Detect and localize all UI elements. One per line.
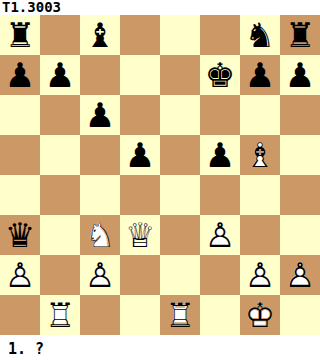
square-a5[interactable] xyxy=(0,135,40,175)
black-pawn: ♟ xyxy=(200,135,240,175)
square-b4[interactable] xyxy=(40,175,80,215)
piece-glyph-outline: ♕ xyxy=(120,215,160,255)
square-c1[interactable] xyxy=(80,295,120,335)
puzzle-id-title: T1.3003 xyxy=(0,0,320,15)
square-a8[interactable]: ♜ xyxy=(0,15,40,55)
square-e1[interactable]: ♜♖ xyxy=(160,295,200,335)
white-knight: ♞♘ xyxy=(80,215,120,255)
square-f5[interactable]: ♟ xyxy=(200,135,240,175)
square-f7[interactable]: ♚ xyxy=(200,55,240,95)
piece-glyph-outline: ♖ xyxy=(160,295,200,335)
black-pawn: ♟ xyxy=(240,55,280,95)
piece-glyph-outline: ♙ xyxy=(240,255,280,295)
piece-glyph-fill: ♜ xyxy=(0,15,40,55)
square-e2[interactable] xyxy=(160,255,200,295)
square-g2[interactable]: ♟♙ xyxy=(240,255,280,295)
black-pawn: ♟ xyxy=(40,55,80,95)
square-a6[interactable] xyxy=(0,95,40,135)
white-pawn: ♟♙ xyxy=(280,255,320,295)
square-h8[interactable]: ♜ xyxy=(280,15,320,55)
piece-glyph-fill: ♟ xyxy=(120,135,160,175)
move-prompt: 1. ? xyxy=(0,335,320,358)
square-a7[interactable]: ♟ xyxy=(0,55,40,95)
white-rook: ♜♖ xyxy=(40,295,80,335)
square-c6[interactable]: ♟ xyxy=(80,95,120,135)
square-h2[interactable]: ♟♙ xyxy=(280,255,320,295)
piece-glyph-outline: ♗ xyxy=(240,135,280,175)
square-e6[interactable] xyxy=(160,95,200,135)
square-a2[interactable]: ♟♙ xyxy=(0,255,40,295)
chess-board: ♜♝♞♜♟♟♚♟♟♟♟♟♝♗♛♞♘♛♕♟♙♟♙♟♙♟♙♟♙♜♖♜♖♚♔ xyxy=(0,15,320,335)
piece-glyph-outline: ♙ xyxy=(80,255,120,295)
square-a3[interactable]: ♛ xyxy=(0,215,40,255)
black-queen: ♛ xyxy=(0,215,40,255)
piece-glyph-fill: ♟ xyxy=(200,135,240,175)
square-f4[interactable] xyxy=(200,175,240,215)
square-c7[interactable] xyxy=(80,55,120,95)
square-d2[interactable] xyxy=(120,255,160,295)
square-h4[interactable] xyxy=(280,175,320,215)
piece-glyph-fill: ♟ xyxy=(80,95,120,135)
square-b5[interactable] xyxy=(40,135,80,175)
square-b3[interactable] xyxy=(40,215,80,255)
square-g4[interactable] xyxy=(240,175,280,215)
square-d7[interactable] xyxy=(120,55,160,95)
black-bishop: ♝ xyxy=(80,15,120,55)
white-rook: ♜♖ xyxy=(160,295,200,335)
black-pawn: ♟ xyxy=(0,55,40,95)
square-g6[interactable] xyxy=(240,95,280,135)
square-c3[interactable]: ♞♘ xyxy=(80,215,120,255)
white-pawn: ♟♙ xyxy=(240,255,280,295)
square-g5[interactable]: ♝♗ xyxy=(240,135,280,175)
square-f3[interactable]: ♟♙ xyxy=(200,215,240,255)
piece-glyph-fill: ♟ xyxy=(280,55,320,95)
square-c2[interactable]: ♟♙ xyxy=(80,255,120,295)
square-a1[interactable] xyxy=(0,295,40,335)
black-pawn: ♟ xyxy=(120,135,160,175)
square-h1[interactable] xyxy=(280,295,320,335)
piece-glyph-fill: ♛ xyxy=(0,215,40,255)
square-g3[interactable] xyxy=(240,215,280,255)
white-pawn: ♟♙ xyxy=(80,255,120,295)
square-c4[interactable] xyxy=(80,175,120,215)
square-h7[interactable]: ♟ xyxy=(280,55,320,95)
square-h5[interactable] xyxy=(280,135,320,175)
square-b2[interactable] xyxy=(40,255,80,295)
piece-glyph-fill: ♟ xyxy=(240,55,280,95)
square-d4[interactable] xyxy=(120,175,160,215)
square-f2[interactable] xyxy=(200,255,240,295)
piece-glyph-fill: ♞ xyxy=(240,15,280,55)
square-b6[interactable] xyxy=(40,95,80,135)
piece-glyph-outline: ♙ xyxy=(0,255,40,295)
piece-glyph-fill: ♜ xyxy=(280,15,320,55)
square-g8[interactable]: ♞ xyxy=(240,15,280,55)
square-g7[interactable]: ♟ xyxy=(240,55,280,95)
black-pawn: ♟ xyxy=(80,95,120,135)
piece-glyph-outline: ♔ xyxy=(240,295,280,335)
piece-glyph-fill: ♟ xyxy=(0,55,40,95)
white-king: ♚♔ xyxy=(240,295,280,335)
piece-glyph-outline: ♘ xyxy=(80,215,120,255)
square-f6[interactable] xyxy=(200,95,240,135)
square-d6[interactable] xyxy=(120,95,160,135)
black-rook: ♜ xyxy=(280,15,320,55)
square-e4[interactable] xyxy=(160,175,200,215)
square-e5[interactable] xyxy=(160,135,200,175)
square-h6[interactable] xyxy=(280,95,320,135)
square-d3[interactable]: ♛♕ xyxy=(120,215,160,255)
piece-glyph-outline: ♙ xyxy=(200,215,240,255)
square-f1[interactable] xyxy=(200,295,240,335)
square-c8[interactable]: ♝ xyxy=(80,15,120,55)
square-b1[interactable]: ♜♖ xyxy=(40,295,80,335)
piece-glyph-outline: ♙ xyxy=(280,255,320,295)
piece-glyph-fill: ♝ xyxy=(80,15,120,55)
black-king: ♚ xyxy=(200,55,240,95)
black-knight: ♞ xyxy=(240,15,280,55)
white-queen: ♛♕ xyxy=(120,215,160,255)
square-g1[interactable]: ♚♔ xyxy=(240,295,280,335)
square-e3[interactable] xyxy=(160,215,200,255)
square-h3[interactable] xyxy=(280,215,320,255)
black-pawn: ♟ xyxy=(280,55,320,95)
square-a4[interactable] xyxy=(0,175,40,215)
square-d1[interactable] xyxy=(120,295,160,335)
square-b8[interactable] xyxy=(40,15,80,55)
square-e8[interactable] xyxy=(160,15,200,55)
piece-glyph-fill: ♟ xyxy=(40,55,80,95)
square-d8[interactable] xyxy=(120,15,160,55)
piece-glyph-outline: ♖ xyxy=(40,295,80,335)
white-bishop: ♝♗ xyxy=(240,135,280,175)
white-pawn: ♟♙ xyxy=(0,255,40,295)
square-b7[interactable]: ♟ xyxy=(40,55,80,95)
black-rook: ♜ xyxy=(0,15,40,55)
white-pawn: ♟♙ xyxy=(200,215,240,255)
square-c5[interactable] xyxy=(80,135,120,175)
piece-glyph-fill: ♚ xyxy=(200,55,240,95)
square-d5[interactable]: ♟ xyxy=(120,135,160,175)
square-e7[interactable] xyxy=(160,55,200,95)
square-f8[interactable] xyxy=(200,15,240,55)
